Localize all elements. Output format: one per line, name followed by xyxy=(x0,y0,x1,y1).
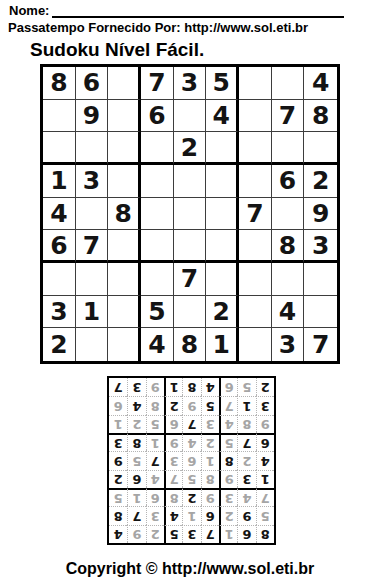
solution-cell-r3c8: 1 xyxy=(127,488,145,506)
puzzle-cell-r6c3[interactable] xyxy=(108,230,141,263)
solution-cell-r7c9: 1 xyxy=(109,415,127,433)
solution-cell-r8c2: 1 xyxy=(237,396,255,414)
solution-cell-r4c7: 4 xyxy=(146,470,164,488)
page-title: Sudoku Nível Fácil. xyxy=(30,39,204,61)
solution-cell-r3c3: 3 xyxy=(219,488,237,506)
name-blank-line[interactable] xyxy=(52,2,344,18)
puzzle-cell-r3c7[interactable] xyxy=(239,132,272,165)
solution-cell-r1c4: 7 xyxy=(201,525,219,543)
puzzle-cell-r2c8[interactable]: 7 xyxy=(272,100,305,133)
puzzle-cell-r5c3[interactable]: 8 xyxy=(108,198,141,231)
puzzle-cell-r9c1[interactable]: 2 xyxy=(43,328,76,361)
solution-cell-r8c1: 3 xyxy=(256,396,274,414)
solution-cell-r6c7: 1 xyxy=(146,433,164,451)
puzzle-cell-r3c1[interactable] xyxy=(43,132,76,165)
solution-cell-r7c4: 3 xyxy=(201,415,219,433)
solution-cell-r3c5: 2 xyxy=(182,488,200,506)
solution-cell-r8c9: 6 xyxy=(109,396,127,414)
puzzle-cell-r2c3[interactable] xyxy=(108,100,141,133)
puzzle-cell-r1c6[interactable]: 5 xyxy=(206,67,239,100)
solution-cell-r4c1: 1 xyxy=(256,470,274,488)
puzzle-cell-r3c6[interactable] xyxy=(206,132,239,165)
puzzle-cell-r9c4[interactable]: 4 xyxy=(141,328,174,361)
solution-cell-r9c7: 9 xyxy=(146,378,164,396)
puzzle-cell-r2c4[interactable]: 6 xyxy=(141,100,174,133)
solution-cell-r6c6: 9 xyxy=(164,433,182,451)
copyright-text: Copyright © http://www.sol.eti.br xyxy=(0,560,380,578)
solution-cell-r2c9: 8 xyxy=(109,506,127,524)
puzzle-cell-r8c2[interactable]: 1 xyxy=(76,296,109,329)
solution-cell-r5c6: 3 xyxy=(164,451,182,469)
puzzle-cell-r3c4[interactable] xyxy=(141,132,174,165)
puzzle-cell-r8c5[interactable] xyxy=(174,296,207,329)
solution-cell-r3c4: 9 xyxy=(201,488,219,506)
puzzle-cell-r5c2[interactable] xyxy=(76,198,109,231)
puzzle-cell-r2c9[interactable]: 8 xyxy=(304,100,337,133)
solution-cell-r6c9: 3 xyxy=(109,433,127,451)
solution-cell-r7c6: 6 xyxy=(164,415,182,433)
solution-cell-r1c9: 4 xyxy=(109,525,127,543)
puzzle-cell-r4c8[interactable]: 6 xyxy=(272,165,305,198)
puzzle-cell-r3c5[interactable]: 2 xyxy=(174,132,207,165)
puzzle-cell-r7c5[interactable]: 7 xyxy=(174,263,207,296)
puzzle-cell-r4c1[interactable]: 1 xyxy=(43,165,76,198)
solution-cell-r1c5: 3 xyxy=(182,525,200,543)
solution-cell-r5c2: 2 xyxy=(237,451,255,469)
puzzle-cell-r3c8[interactable] xyxy=(272,132,305,165)
solution-cell-r5c9: 9 xyxy=(109,451,127,469)
solution-cell-r1c8: 9 xyxy=(127,525,145,543)
puzzle-cell-r1c3[interactable] xyxy=(108,67,141,100)
solution-cell-r5c4: 1 xyxy=(201,451,219,469)
puzzle-cell-r6c8[interactable]: 8 xyxy=(272,230,305,263)
solution-cell-r8c6: 2 xyxy=(164,396,182,414)
solution-cell-r2c5: 1 xyxy=(182,506,200,524)
solution-cell-r2c4: 6 xyxy=(201,506,219,524)
solution-cell-r6c2: 7 xyxy=(237,433,255,451)
solution-cell-r2c1: 5 xyxy=(256,506,274,524)
puzzle-cell-r8c7[interactable] xyxy=(239,296,272,329)
puzzle-cell-r8c9[interactable] xyxy=(304,296,337,329)
solution-cell-r3c2: 4 xyxy=(237,488,255,506)
puzzle-cell-r6c2[interactable]: 7 xyxy=(76,230,109,263)
solution-cell-r7c7: 5 xyxy=(146,415,164,433)
puzzle-cell-r4c4[interactable] xyxy=(141,165,174,198)
puzzle-cell-r5c8[interactable] xyxy=(272,198,305,231)
solution-cell-r7c5: 7 xyxy=(182,415,200,433)
solution-cell-r9c9: 7 xyxy=(109,378,127,396)
puzzle-cell-r8c6[interactable]: 2 xyxy=(206,296,239,329)
puzzle-cell-r4c3[interactable] xyxy=(108,165,141,198)
solution-cell-r3c6: 8 xyxy=(164,488,182,506)
puzzle-cell-r1c4[interactable]: 7 xyxy=(141,67,174,100)
puzzle-cell-r2c1[interactable] xyxy=(43,100,76,133)
puzzle-cell-r6c5[interactable] xyxy=(174,230,207,263)
solution-cell-r7c3: 4 xyxy=(219,415,237,433)
puzzle-cell-r9c2[interactable] xyxy=(76,328,109,361)
puzzle-cell-r3c3[interactable] xyxy=(108,132,141,165)
puzzle-cell-r1c8[interactable] xyxy=(272,67,305,100)
solution-cell-r9c1: 2 xyxy=(256,378,274,396)
puzzle-cell-r5c7[interactable]: 7 xyxy=(239,198,272,231)
puzzle-cell-r4c6[interactable] xyxy=(206,165,239,198)
puzzle-cell-r6c9[interactable]: 3 xyxy=(304,230,337,263)
puzzle-cell-r6c6[interactable] xyxy=(206,230,239,263)
solution-cell-r5c5: 6 xyxy=(182,451,200,469)
solution-cell-r4c5: 5 xyxy=(182,470,200,488)
puzzle-cell-r9c5[interactable]: 8 xyxy=(174,328,207,361)
solution-cell-r8c4: 5 xyxy=(201,396,219,414)
puzzle-cell-r7c4[interactable] xyxy=(141,263,174,296)
solution-cell-r4c4: 8 xyxy=(201,470,219,488)
solution-cell-r5c7: 7 xyxy=(146,451,164,469)
puzzle-cell-r7c8[interactable] xyxy=(272,263,305,296)
solution-cell-r3c9: 5 xyxy=(109,488,127,506)
solution-cell-r6c5: 4 xyxy=(182,433,200,451)
puzzle-cell-r4c2[interactable]: 3 xyxy=(76,165,109,198)
solution-cell-r5c1: 4 xyxy=(256,451,274,469)
puzzle-cell-r7c6[interactable] xyxy=(206,263,239,296)
puzzle-cell-r8c4[interactable]: 5 xyxy=(141,296,174,329)
puzzle-cell-r7c1[interactable] xyxy=(43,263,76,296)
sudoku-worksheet-page: Nome: Passatempo Fornecido Por: http://w… xyxy=(0,0,380,585)
solution-cell-r3c7: 6 xyxy=(146,488,164,506)
solution-cell-r7c1: 9 xyxy=(256,415,274,433)
puzzle-cell-r5c4[interactable] xyxy=(141,198,174,231)
puzzle-cell-r1c1[interactable]: 8 xyxy=(43,67,76,100)
solution-cell-r5c3: 8 xyxy=(219,451,237,469)
solution-cell-r2c8: 7 xyxy=(127,506,145,524)
puzzle-cell-r7c9[interactable] xyxy=(304,263,337,296)
puzzle-cell-r2c2[interactable]: 9 xyxy=(76,100,109,133)
solution-cell-r6c8: 8 xyxy=(127,433,145,451)
solution-cell-r7c2: 8 xyxy=(237,415,255,433)
solution-cell-r4c9: 2 xyxy=(109,470,127,488)
puzzle-cell-r7c7[interactable] xyxy=(239,263,272,296)
puzzle-cell-r5c9[interactable]: 9 xyxy=(304,198,337,231)
puzzle-cell-r2c6[interactable]: 4 xyxy=(206,100,239,133)
puzzle-cell-r6c4[interactable] xyxy=(141,230,174,263)
solution-cell-r4c8: 6 xyxy=(127,470,145,488)
puzzle-cell-r5c5[interactable] xyxy=(174,198,207,231)
puzzle-cell-r5c1[interactable]: 4 xyxy=(43,198,76,231)
solution-cell-r9c6: 1 xyxy=(164,378,182,396)
puzzle-cell-r9c3[interactable] xyxy=(108,328,141,361)
solution-cell-r4c3: 9 xyxy=(219,470,237,488)
solution-cell-r9c3: 6 xyxy=(219,378,237,396)
puzzle-cell-r3c2[interactable] xyxy=(76,132,109,165)
puzzle-cell-r9c8[interactable]: 3 xyxy=(272,328,305,361)
solution-cell-r1c2: 6 xyxy=(237,525,255,543)
solution-cell-r4c6: 7 xyxy=(164,470,182,488)
sudoku-solution-grid-rotated: 8617352945926143787439286151398574624281… xyxy=(107,376,276,545)
puzzle-cell-r7c3[interactable] xyxy=(108,263,141,296)
puzzle-cell-r9c7[interactable] xyxy=(239,328,272,361)
solution-cell-r2c6: 4 xyxy=(164,506,182,524)
puzzle-cell-r2c5[interactable] xyxy=(174,100,207,133)
solution-cell-r2c2: 9 xyxy=(237,506,255,524)
name-label: Nome: xyxy=(9,3,49,18)
solution-cell-r6c4: 2 xyxy=(201,433,219,451)
puzzle-cell-r1c7[interactable] xyxy=(239,67,272,100)
solution-cell-r5c8: 5 xyxy=(127,451,145,469)
puzzle-cell-r4c9[interactable]: 2 xyxy=(304,165,337,198)
puzzle-cell-r9c6[interactable]: 1 xyxy=(206,328,239,361)
solution-cell-r1c7: 2 xyxy=(146,525,164,543)
puzzle-cell-r1c9[interactable]: 4 xyxy=(304,67,337,100)
solution-cell-r2c7: 3 xyxy=(146,506,164,524)
solution-cell-r9c8: 3 xyxy=(127,378,145,396)
puzzle-cell-r1c2[interactable]: 6 xyxy=(76,67,109,100)
solution-cell-r4c2: 3 xyxy=(237,470,255,488)
solution-cell-r9c5: 8 xyxy=(182,378,200,396)
puzzle-cell-r3c9[interactable] xyxy=(304,132,337,165)
puzzle-cell-r9c9[interactable]: 7 xyxy=(304,328,337,361)
solution-cell-r1c3: 1 xyxy=(219,525,237,543)
solution-cell-r6c3: 5 xyxy=(219,433,237,451)
solution-cell-r6c1: 6 xyxy=(256,433,274,451)
solution-cell-r9c4: 4 xyxy=(201,378,219,396)
solution-cell-r7c8: 2 xyxy=(127,415,145,433)
sudoku-puzzle-grid: 867354964782136248796783731524248137 xyxy=(40,64,340,364)
puzzle-cell-r7c2[interactable] xyxy=(76,263,109,296)
puzzle-cell-r5c6[interactable] xyxy=(206,198,239,231)
solution-cell-r8c7: 8 xyxy=(146,396,164,414)
puzzle-cell-r6c1[interactable]: 6 xyxy=(43,230,76,263)
solution-cell-r9c2: 5 xyxy=(237,378,255,396)
solution-cell-r8c8: 4 xyxy=(127,396,145,414)
provider-line: Passatempo Fornecido Por: http://www.sol… xyxy=(8,20,308,35)
solution-cell-r3c1: 7 xyxy=(256,488,274,506)
solution-cell-r8c5: 9 xyxy=(182,396,200,414)
puzzle-cell-r8c3[interactable] xyxy=(108,296,141,329)
solution-cell-r1c6: 5 xyxy=(164,525,182,543)
puzzle-cell-r1c5[interactable]: 3 xyxy=(174,67,207,100)
solution-cell-r2c3: 2 xyxy=(219,506,237,524)
puzzle-cell-r8c8[interactable]: 4 xyxy=(272,296,305,329)
puzzle-cell-r2c7[interactable] xyxy=(239,100,272,133)
puzzle-cell-r4c7[interactable] xyxy=(239,165,272,198)
solution-cell-r1c1: 8 xyxy=(256,525,274,543)
puzzle-cell-r8c1[interactable]: 3 xyxy=(43,296,76,329)
solution-cell-r8c3: 7 xyxy=(219,396,237,414)
puzzle-cell-r6c7[interactable] xyxy=(239,230,272,263)
puzzle-cell-r4c5[interactable] xyxy=(174,165,207,198)
